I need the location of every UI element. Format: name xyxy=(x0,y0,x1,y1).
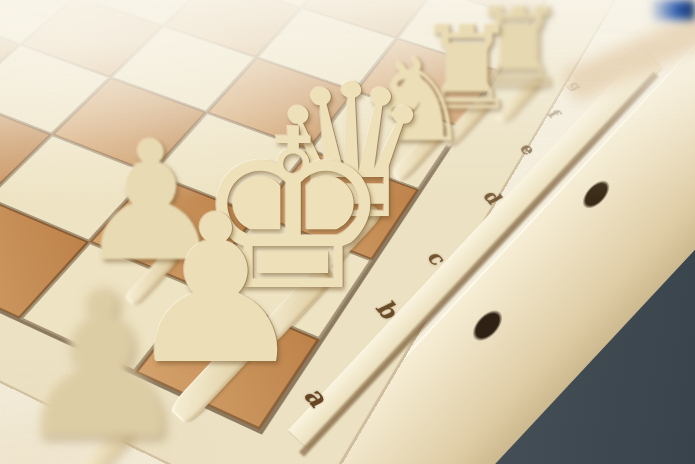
white-pawn-glyph: ♟ xyxy=(10,269,194,464)
background-blue-sliver xyxy=(651,0,695,20)
photo-canvas: abcdefg ♜♜♞♛♟♚♟♟ xyxy=(0,0,695,464)
